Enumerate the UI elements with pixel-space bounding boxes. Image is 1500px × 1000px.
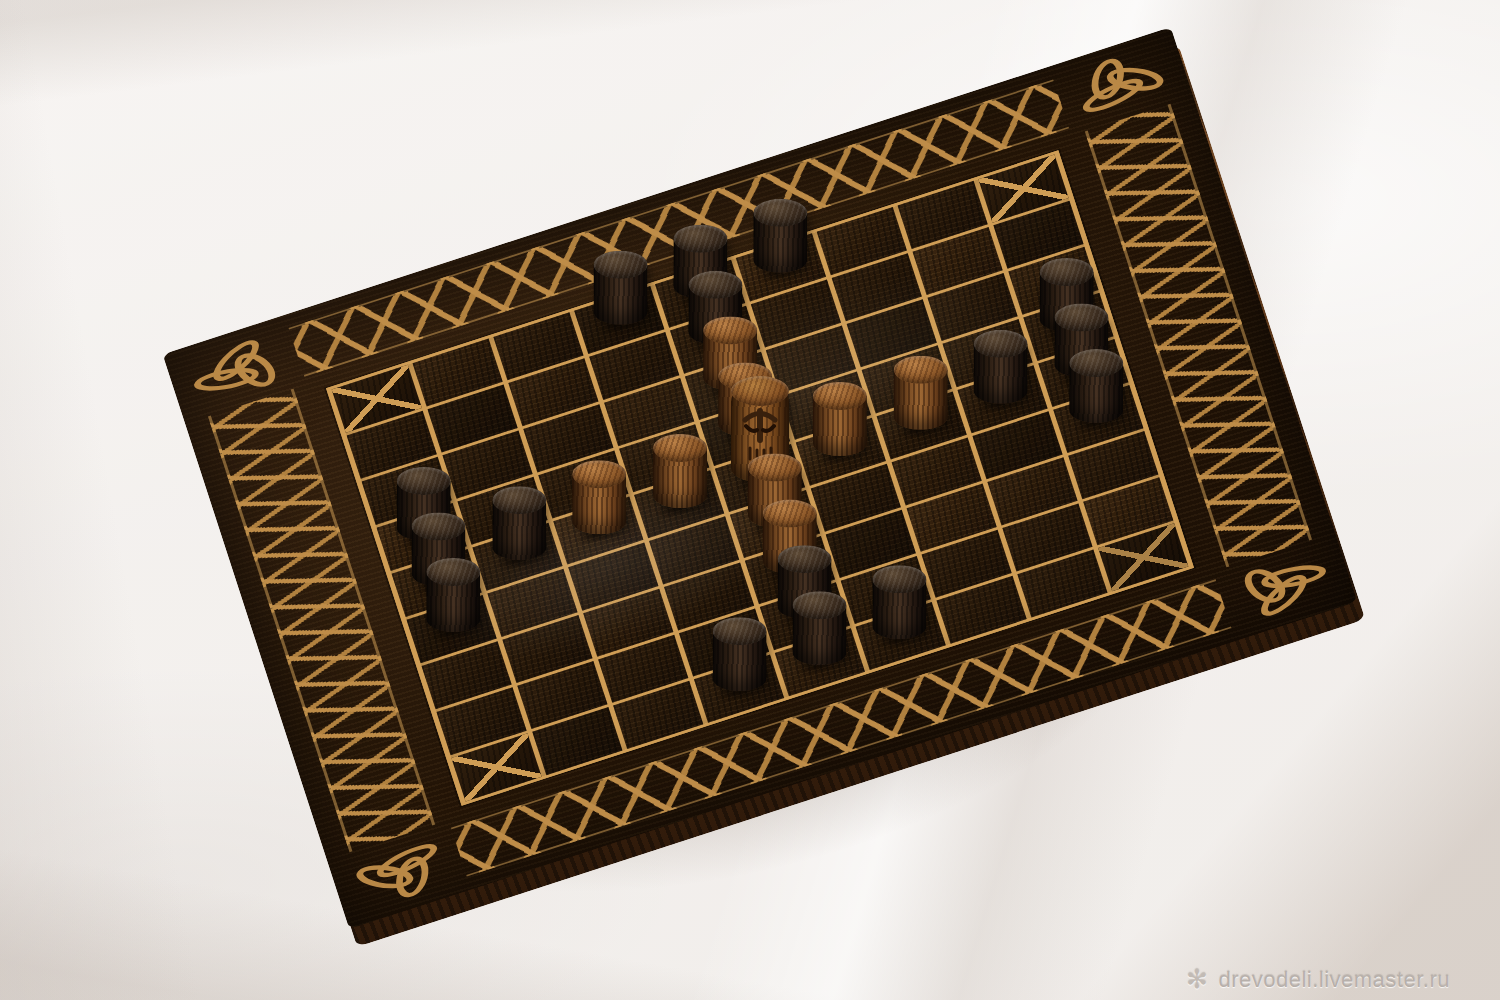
watermark-text: drevodeli.livemaster.ru <box>1218 967 1450 993</box>
cloth-background: ✻ drevodeli.livemaster.ru <box>0 0 1500 1000</box>
watermark: ✻ drevodeli.livemaster.ru <box>1186 964 1450 995</box>
pieces-layer <box>332 155 1189 802</box>
flower-icon: ✻ <box>1186 964 1208 995</box>
